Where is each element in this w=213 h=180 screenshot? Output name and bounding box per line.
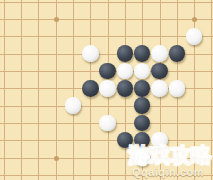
white-stone — [169, 80, 186, 97]
white-stone — [134, 63, 151, 80]
white-stone — [151, 80, 168, 97]
star-point — [54, 17, 59, 22]
black-stone — [117, 45, 134, 62]
black-stone — [99, 63, 116, 80]
white-stone — [99, 115, 116, 132]
watermark-title: 游戏攻略 — [128, 143, 212, 166]
black-stone — [134, 115, 151, 132]
grid-line-vertical — [38, 0, 39, 180]
white-stone — [65, 97, 82, 114]
black-stone — [134, 97, 151, 114]
black-stone — [134, 45, 151, 62]
white-stone — [117, 63, 134, 80]
black-stone — [134, 80, 151, 97]
black-stone — [117, 80, 134, 97]
star-point — [192, 17, 197, 22]
white-stone — [151, 45, 168, 62]
grid-line-horizontal — [0, 106, 213, 107]
grid-line-horizontal — [0, 140, 213, 141]
grid-line-vertical — [21, 0, 22, 180]
gomoku-board: 游戏攻略 Qqaiqin.com — [0, 0, 213, 180]
white-stone — [82, 45, 99, 62]
grid-line-horizontal — [0, 19, 213, 20]
grid-line-vertical — [4, 0, 5, 180]
star-point — [54, 156, 59, 161]
white-stone — [186, 28, 203, 45]
white-stone — [99, 80, 116, 97]
grid-line-vertical — [73, 0, 74, 180]
black-stone — [169, 45, 186, 62]
watermark-url: Qqaiqin.com — [132, 166, 204, 178]
black-stone — [151, 63, 168, 80]
grid-line-vertical — [56, 0, 57, 180]
grid-line-horizontal — [0, 36, 213, 37]
black-stone — [82, 80, 99, 97]
grid-line-horizontal — [0, 2, 213, 3]
